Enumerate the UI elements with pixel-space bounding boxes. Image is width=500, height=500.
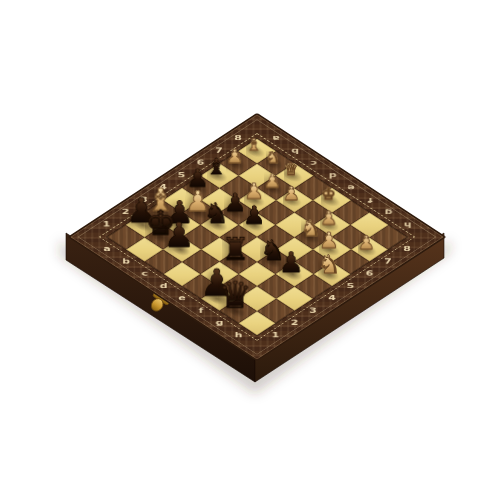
file-label-back-h: h — [399, 219, 415, 229]
piece-white-pawn[interactable]: ♟ — [227, 148, 244, 165]
piece-white-queen[interactable]: ♛ — [284, 163, 298, 178]
file-label-e: e — [174, 293, 190, 303]
file-label-back-a: a — [268, 133, 284, 143]
file-label-back-g: g — [381, 207, 397, 217]
file-label-back-f: f — [362, 195, 378, 205]
file-label-f: f — [193, 305, 209, 315]
file-label-c: c — [137, 269, 153, 279]
rank-label-right-7: 7 — [380, 256, 396, 266]
rank-label-right-6: 6 — [361, 269, 377, 279]
piece-white-bishop[interactable]: ♝ — [247, 138, 261, 153]
file-label-h: h — [230, 330, 246, 340]
scene: ♝♞♛♚♟♟♟♟♟♝♟♞♟♟♟♟♞♟♞♞♟♝♟♜♟♚♟♟♛ aa11bb22cc… — [0, 0, 500, 500]
piece-white-knight[interactable]: ♞ — [266, 150, 280, 165]
file-label-back-d: d — [324, 170, 340, 180]
rank-label-right-3: 3 — [305, 305, 321, 315]
rank-label-left-1: 1 — [99, 219, 115, 229]
piece-black-knight[interactable]: ♞ — [204, 201, 229, 227]
piece-white-pawn[interactable]: ♟ — [358, 234, 375, 251]
rank-label-left-8: 8 — [230, 133, 246, 143]
product-photo: ♝♞♛♚♟♟♟♟♟♝♟♞♟♟♟♟♞♟♞♞♟♝♟♜♟♚♟♟♛ aa11bb22cc… — [0, 0, 500, 500]
piece-white-king[interactable]: ♚ — [322, 187, 336, 202]
square-a1[interactable] — [107, 225, 144, 250]
rank-label-right-1: 1 — [268, 330, 284, 340]
piece-white-pawn[interactable]: ♟ — [319, 231, 339, 251]
chess-board[interactable]: ♝♞♛♚♟♟♟♟♟♝♟♞♟♟♟♟♞♟♞♞♟♝♟♜♟♚♟♟♛ — [107, 139, 407, 336]
piece-black-bishop[interactable]: ♝ — [207, 157, 227, 177]
rank-label-right-2: 2 — [286, 318, 302, 328]
square-h4[interactable] — [294, 274, 331, 299]
piece-white-pawn[interactable]: ♟ — [264, 172, 281, 189]
piece-black-pawn[interactable]: ♟ — [243, 204, 265, 227]
file-label-a: a — [99, 244, 115, 254]
piece-black-rook[interactable]: ♜ — [221, 235, 249, 264]
file-label-back-c: c — [306, 158, 322, 168]
board-frame: ♝♞♛♚♟♟♟♟♟♝♟♞♟♟♟♟♞♟♞♞♟♝♟♜♟♚♟♟♛ aa11bb22cc… — [67, 113, 446, 362]
file-label-d: d — [155, 281, 171, 291]
file-label-b: b — [118, 256, 134, 266]
rank-label-right-8: 8 — [399, 244, 415, 254]
piece-white-knight[interactable]: ♞ — [318, 253, 340, 276]
piece-black-pawn[interactable]: ♟ — [164, 220, 194, 251]
square-h8[interactable] — [369, 225, 406, 250]
file-label-g: g — [212, 318, 228, 328]
file-label-back-e: e — [343, 182, 359, 192]
rank-label-right-4: 4 — [324, 293, 340, 303]
piece-white-pawn[interactable]: ♟ — [283, 185, 300, 202]
rank-label-right-5: 5 — [343, 281, 359, 291]
piece-black-pawn[interactable]: ♟ — [279, 250, 304, 276]
piece-white-pawn[interactable]: ♟ — [244, 182, 264, 202]
piece-black-queen[interactable]: ♛ — [219, 279, 252, 313]
piece-white-knight[interactable]: ♞ — [300, 219, 320, 239]
file-label-back-b: b — [287, 145, 303, 155]
piece-white-pawn[interactable]: ♟ — [320, 209, 337, 226]
